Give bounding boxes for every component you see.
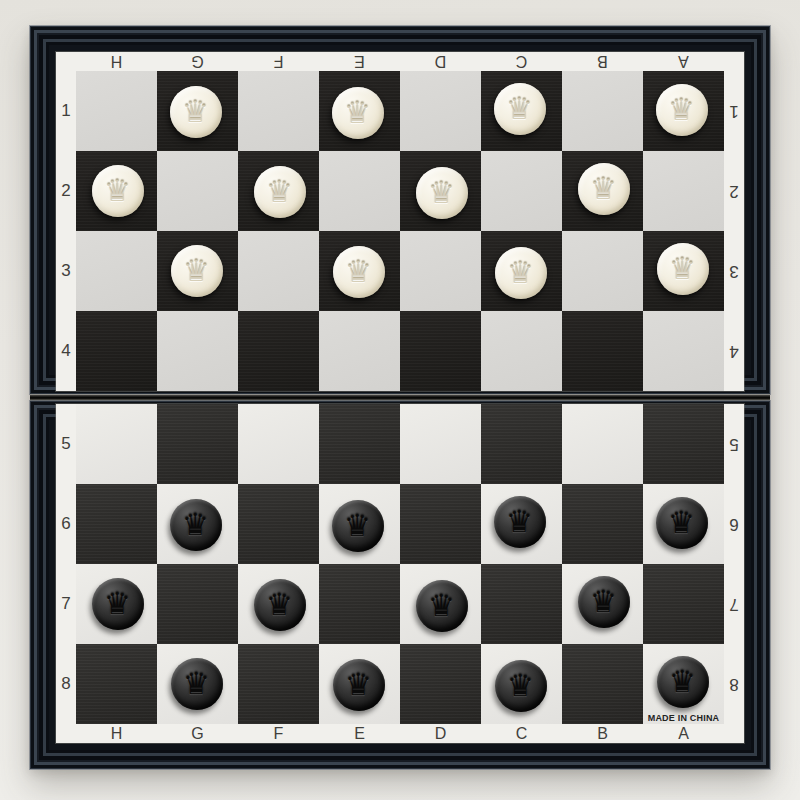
square-C4[interactable] <box>481 311 562 391</box>
crown-emblem: ♛ <box>590 174 617 204</box>
black-checker-G6[interactable]: ♛ <box>170 499 222 551</box>
file-label-top-G: G <box>157 52 238 71</box>
square-F1[interactable] <box>238 71 319 151</box>
square-D8[interactable] <box>400 644 481 724</box>
rank-label-left-6: 6 <box>56 484 76 564</box>
file-label-bottom-A: A <box>643 724 724 743</box>
square-E8[interactable]: ♛ <box>319 644 400 724</box>
square-D4[interactable] <box>400 311 481 391</box>
square-B8[interactable] <box>562 644 643 724</box>
square-H8[interactable] <box>76 644 157 724</box>
white-checker-C3[interactable]: ♛ <box>495 247 547 299</box>
square-G2[interactable] <box>157 151 238 231</box>
square-G3[interactable]: ♛ <box>157 231 238 311</box>
white-checker-A1[interactable]: ♛ <box>656 84 708 136</box>
black-checker-D7[interactable]: ♛ <box>416 580 468 632</box>
square-A7[interactable] <box>643 564 724 644</box>
black-checker-C6[interactable]: ♛ <box>494 496 546 548</box>
black-checker-C8[interactable]: ♛ <box>495 660 547 712</box>
square-F8[interactable] <box>238 644 319 724</box>
white-checker-B2[interactable]: ♛ <box>578 163 630 215</box>
square-E4[interactable] <box>319 311 400 391</box>
white-checker-D2[interactable]: ♛ <box>416 167 468 219</box>
file-label-top-C: C <box>481 52 562 71</box>
square-C2[interactable] <box>481 151 562 231</box>
file-label-bottom-C: C <box>481 724 562 743</box>
white-checker-E1[interactable]: ♛ <box>332 87 384 139</box>
square-F5[interactable] <box>238 404 319 484</box>
square-H4[interactable] <box>76 311 157 391</box>
square-G4[interactable] <box>157 311 238 391</box>
crown-emblem: ♛ <box>507 671 534 701</box>
black-checker-G8[interactable]: ♛ <box>171 658 223 710</box>
square-A8[interactable]: ♛MADE IN CHINA <box>643 644 724 724</box>
file-label-top-F: F <box>238 52 319 71</box>
square-B5[interactable] <box>562 404 643 484</box>
square-F6[interactable] <box>238 484 319 564</box>
crown-emblem: ♛ <box>506 507 533 537</box>
black-checker-A6[interactable]: ♛ <box>656 497 708 549</box>
file-label-bottom-D: D <box>400 724 481 743</box>
square-F2[interactable]: ♛ <box>238 151 319 231</box>
crown-emblem: ♛ <box>266 177 293 207</box>
rank-label-left-8: 8 <box>56 644 76 724</box>
white-checker-C1[interactable]: ♛ <box>494 83 546 135</box>
rank-label-right-1: 1 <box>724 71 744 151</box>
rank-label-right-8: 8 <box>724 644 744 724</box>
crown-emblem: ♛ <box>266 590 293 620</box>
file-label-top-H: H <box>76 52 157 71</box>
square-H2[interactable]: ♛ <box>76 151 157 231</box>
rank-label-left-7: 7 <box>56 564 76 644</box>
square-C1[interactable]: ♛ <box>481 71 562 151</box>
square-D6[interactable] <box>400 484 481 564</box>
crown-emblem: ♛ <box>507 258 534 288</box>
square-H3[interactable] <box>76 231 157 311</box>
white-checker-G1[interactable]: ♛ <box>170 86 222 138</box>
square-C5[interactable] <box>481 404 562 484</box>
square-B6[interactable] <box>562 484 643 564</box>
black-checker-B7[interactable]: ♛ <box>578 576 630 628</box>
white-checker-H2[interactable]: ♛ <box>92 165 144 217</box>
file-label-bottom-E: E <box>319 724 400 743</box>
square-G1[interactable]: ♛ <box>157 71 238 151</box>
crown-emblem: ♛ <box>344 511 371 541</box>
made-in-china-label: MADE IN CHINA <box>643 713 724 723</box>
square-B7[interactable]: ♛ <box>562 564 643 644</box>
rank-label-right-6: 6 <box>724 484 744 564</box>
white-checker-A3[interactable]: ♛ <box>657 243 709 295</box>
crown-emblem: ♛ <box>668 508 695 538</box>
square-A2[interactable] <box>643 151 724 231</box>
square-C8[interactable]: ♛ <box>481 644 562 724</box>
rank-label-right-5: 5 <box>724 404 744 484</box>
black-checker-E8[interactable]: ♛ <box>333 659 385 711</box>
square-D5[interactable] <box>400 404 481 484</box>
square-H1[interactable] <box>76 71 157 151</box>
photo-background: HGFEDCBA11♛♛♛♛22♛♛♛♛33♛♛♛♛44 HGFEDCBA556… <box>0 0 800 800</box>
square-C3[interactable]: ♛ <box>481 231 562 311</box>
crown-emblem: ♛ <box>506 94 533 124</box>
rank-label-right-2: 2 <box>724 151 744 231</box>
black-checker-E6[interactable]: ♛ <box>332 500 384 552</box>
file-label-top-B: B <box>562 52 643 71</box>
square-G5[interactable] <box>157 404 238 484</box>
crown-emblem: ♛ <box>668 95 695 125</box>
file-label-bottom-F: F <box>238 724 319 743</box>
square-E6[interactable]: ♛ <box>319 484 400 564</box>
crown-emblem: ♛ <box>183 669 210 699</box>
rank-label-right-7: 7 <box>724 564 744 644</box>
board-bottom-half: HGFEDCBA5566♛♛♛♛77♛♛♛♛88♛♛♛♛MADE IN CHIN… <box>30 401 770 769</box>
file-label-top-D: D <box>400 52 481 71</box>
file-label-top-E: E <box>319 52 400 71</box>
crown-emblem: ♛ <box>344 98 371 128</box>
square-E1[interactable]: ♛ <box>319 71 400 151</box>
square-A3[interactable]: ♛ <box>643 231 724 311</box>
file-label-bottom-H: H <box>76 724 157 743</box>
square-A4[interactable] <box>643 311 724 391</box>
black-checker-H7[interactable]: ♛ <box>92 578 144 630</box>
black-checker-A8[interactable]: ♛ <box>657 656 709 708</box>
file-label-top-A: A <box>643 52 724 71</box>
rank-label-left-2: 2 <box>56 151 76 231</box>
file-label-bottom-B: B <box>562 724 643 743</box>
square-E7[interactable] <box>319 564 400 644</box>
crown-emblem: ♛ <box>428 591 455 621</box>
board-top-panel: HGFEDCBA11♛♛♛♛22♛♛♛♛33♛♛♛♛44 <box>56 52 744 391</box>
square-H5[interactable] <box>76 404 157 484</box>
crown-emblem: ♛ <box>345 257 372 287</box>
rank-label-right-4: 4 <box>724 311 744 391</box>
crown-emblem: ♛ <box>590 587 617 617</box>
crown-emblem: ♛ <box>182 510 209 540</box>
fold-hinge-seam <box>30 394 770 401</box>
square-H6[interactable] <box>76 484 157 564</box>
square-A6[interactable]: ♛ <box>643 484 724 564</box>
folding-checkers-board: HGFEDCBA11♛♛♛♛22♛♛♛♛33♛♛♛♛44 HGFEDCBA556… <box>30 26 770 769</box>
board-top-half: HGFEDCBA11♛♛♛♛22♛♛♛♛33♛♛♛♛44 <box>30 26 770 394</box>
square-F4[interactable] <box>238 311 319 391</box>
square-H7[interactable]: ♛ <box>76 564 157 644</box>
crown-emblem: ♛ <box>104 589 131 619</box>
crown-emblem: ♛ <box>345 670 372 700</box>
rank-label-left-4: 4 <box>56 311 76 391</box>
rank-label-left-1: 1 <box>56 71 76 151</box>
square-G6[interactable]: ♛ <box>157 484 238 564</box>
crown-emblem: ♛ <box>669 254 696 284</box>
square-B1[interactable] <box>562 71 643 151</box>
square-E2[interactable] <box>319 151 400 231</box>
crown-emblem: ♛ <box>669 667 696 697</box>
white-checker-G3[interactable]: ♛ <box>171 245 223 297</box>
board-bottom-panel: HGFEDCBA5566♛♛♛♛77♛♛♛♛88♛♛♛♛MADE IN CHIN… <box>56 404 744 743</box>
crown-emblem: ♛ <box>183 256 210 286</box>
square-B3[interactable] <box>562 231 643 311</box>
file-label-bottom-G: G <box>157 724 238 743</box>
square-D3[interactable] <box>400 231 481 311</box>
square-E3[interactable]: ♛ <box>319 231 400 311</box>
square-A5[interactable] <box>643 404 724 484</box>
crown-emblem: ♛ <box>428 178 455 208</box>
rank-label-left-5: 5 <box>56 404 76 484</box>
square-A1[interactable]: ♛ <box>643 71 724 151</box>
black-checker-F7[interactable]: ♛ <box>254 579 306 631</box>
crown-emblem: ♛ <box>104 176 131 206</box>
square-C7[interactable] <box>481 564 562 644</box>
square-F3[interactable] <box>238 231 319 311</box>
white-checker-E3[interactable]: ♛ <box>333 246 385 298</box>
square-D7[interactable]: ♛ <box>400 564 481 644</box>
square-D1[interactable] <box>400 71 481 151</box>
square-C6[interactable]: ♛ <box>481 484 562 564</box>
square-G7[interactable] <box>157 564 238 644</box>
rank-label-right-3: 3 <box>724 231 744 311</box>
square-E5[interactable] <box>319 404 400 484</box>
square-G8[interactable]: ♛ <box>157 644 238 724</box>
square-B4[interactable] <box>562 311 643 391</box>
square-F7[interactable]: ♛ <box>238 564 319 644</box>
square-B2[interactable]: ♛ <box>562 151 643 231</box>
white-checker-F2[interactable]: ♛ <box>254 166 306 218</box>
square-D2[interactable]: ♛ <box>400 151 481 231</box>
crown-emblem: ♛ <box>182 97 209 127</box>
rank-label-left-3: 3 <box>56 231 76 311</box>
